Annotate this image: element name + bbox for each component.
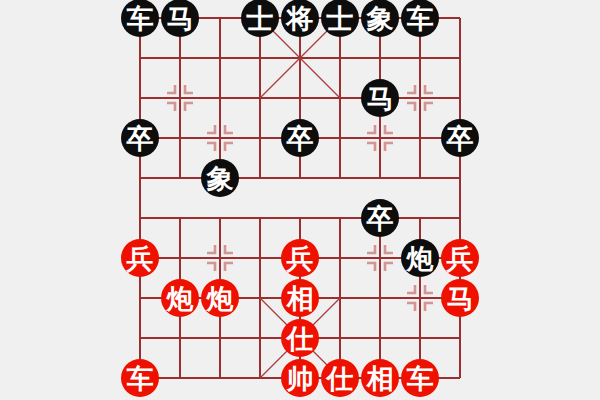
board-point-r2-c5[interactable]: [280, 38, 320, 78]
board-point-r8-c4[interactable]: [240, 278, 280, 318]
piece-black-soldier[interactable]: 卒: [361, 199, 399, 237]
board-point-r4-c9[interactable]: 卒: [440, 118, 480, 158]
board-point-r9-c9[interactable]: [440, 318, 480, 358]
board-point-r4-c3[interactable]: [200, 118, 240, 158]
board-point-r7-c1[interactable]: 兵: [120, 238, 160, 278]
board-point-r4-c6[interactable]: [320, 118, 360, 158]
board-point-r9-c7[interactable]: [360, 318, 400, 358]
board-point-r5-c4[interactable]: [240, 158, 280, 198]
board-point-r1-c3[interactable]: [200, 0, 240, 38]
piece-red-advisor[interactable]: 仕: [281, 319, 319, 357]
piece-red-chariot[interactable]: 车: [401, 359, 439, 397]
piece-black-soldier[interactable]: 卒: [121, 119, 159, 157]
board-point-r9-c4[interactable]: [240, 318, 280, 358]
board-point-r6-c1[interactable]: [120, 198, 160, 238]
board-point-r8-c9[interactable]: 马: [440, 278, 480, 318]
board-point-r1-c5[interactable]: 将: [280, 0, 320, 38]
piece-black-chariot[interactable]: 车: [121, 0, 159, 37]
piece-red-cannon[interactable]: 炮: [161, 279, 199, 317]
board-point-r7-c2[interactable]: [160, 238, 200, 278]
board-point-r6-c5[interactable]: [280, 198, 320, 238]
board-point-r3-c7[interactable]: 马: [360, 78, 400, 118]
board-point-r6-c8[interactable]: [400, 198, 440, 238]
board-point-r10-c5[interactable]: 帅: [280, 358, 320, 398]
board-point-r7-c4[interactable]: [240, 238, 280, 278]
board-point-r3-c3[interactable]: [200, 78, 240, 118]
board-point-r2-c8[interactable]: [400, 38, 440, 78]
board-point-r5-c8[interactable]: [400, 158, 440, 198]
piece-black-cannon[interactable]: 炮: [401, 239, 439, 277]
board-point-r3-c5[interactable]: [280, 78, 320, 118]
board-point-r8-c2[interactable]: 炮: [160, 278, 200, 318]
xiangqi-board: 车马士将士象车马卒卒卒象卒兵兵炮兵炮炮相马仕车帅仕相车: [120, 0, 480, 398]
board-point-r1-c2[interactable]: 马: [160, 0, 200, 38]
board-point-r10-c2[interactable]: [160, 358, 200, 398]
board-point-r7-c7[interactable]: [360, 238, 400, 278]
piece-black-soldier[interactable]: 卒: [441, 119, 479, 157]
board-point-r10-c7[interactable]: 相: [360, 358, 400, 398]
board-point-r5-c9[interactable]: [440, 158, 480, 198]
piece-red-soldier[interactable]: 兵: [121, 239, 159, 277]
board-point-r5-c2[interactable]: [160, 158, 200, 198]
board-point-r2-c1[interactable]: [120, 38, 160, 78]
board-point-r6-c6[interactable]: [320, 198, 360, 238]
board-point-r8-c8[interactable]: [400, 278, 440, 318]
piece-black-horse[interactable]: 马: [161, 0, 199, 37]
board-point-r3-c9[interactable]: [440, 78, 480, 118]
board-point-r3-c2[interactable]: [160, 78, 200, 118]
piece-black-horse[interactable]: 马: [361, 79, 399, 117]
board-point-r7-c6[interactable]: [320, 238, 360, 278]
board-point-r7-c3[interactable]: [200, 238, 240, 278]
piece-black-soldier[interactable]: 卒: [281, 119, 319, 157]
piece-black-chariot[interactable]: 车: [401, 0, 439, 37]
board-point-r10-c6[interactable]: 仕: [320, 358, 360, 398]
board-point-r9-c5[interactable]: 仕: [280, 318, 320, 358]
piece-red-soldier[interactable]: 兵: [281, 239, 319, 277]
board-point-r5-c7[interactable]: [360, 158, 400, 198]
board-point-r9-c1[interactable]: [120, 318, 160, 358]
board-point-r10-c3[interactable]: [200, 358, 240, 398]
board-point-r10-c9[interactable]: [440, 358, 480, 398]
board-point-r1-c9[interactable]: [440, 0, 480, 38]
board-point-r3-c4[interactable]: [240, 78, 280, 118]
board-point-r1-c7[interactable]: 象: [360, 0, 400, 38]
board-point-r5-c5[interactable]: [280, 158, 320, 198]
board-point-r2-c9[interactable]: [440, 38, 480, 78]
board-point-r10-c4[interactable]: [240, 358, 280, 398]
piece-black-elephant[interactable]: 象: [201, 159, 239, 197]
board-point-r9-c3[interactable]: [200, 318, 240, 358]
board-point-r2-c4[interactable]: [240, 38, 280, 78]
board-point-r6-c4[interactable]: [240, 198, 280, 238]
board-point-r1-c1[interactable]: 车: [120, 0, 160, 38]
board-point-r7-c9[interactable]: 兵: [440, 238, 480, 278]
board-point-r4-c2[interactable]: [160, 118, 200, 158]
piece-red-soldier[interactable]: 兵: [441, 239, 479, 277]
piece-red-cannon[interactable]: 炮: [201, 279, 239, 317]
board-point-r2-c6[interactable]: [320, 38, 360, 78]
board-point-r10-c8[interactable]: 车: [400, 358, 440, 398]
board-point-r10-c1[interactable]: 车: [120, 358, 160, 398]
board-point-r8-c1[interactable]: [120, 278, 160, 318]
board-point-r5-c6[interactable]: [320, 158, 360, 198]
board-point-r9-c8[interactable]: [400, 318, 440, 358]
board-point-r8-c6[interactable]: [320, 278, 360, 318]
board-point-r2-c3[interactable]: [200, 38, 240, 78]
board-point-r3-c1[interactable]: [120, 78, 160, 118]
board-point-r7-c5[interactable]: 兵: [280, 238, 320, 278]
board-point-r8-c5[interactable]: 相: [280, 278, 320, 318]
board-point-r9-c6[interactable]: [320, 318, 360, 358]
board-point-r5-c3[interactable]: 象: [200, 158, 240, 198]
board-point-r6-c3[interactable]: [200, 198, 240, 238]
piece-red-elephant[interactable]: 相: [361, 359, 399, 397]
board-point-r1-c6[interactable]: 士: [320, 0, 360, 38]
piece-red-general[interactable]: 帅: [281, 359, 319, 397]
board-point-r4-c5[interactable]: 卒: [280, 118, 320, 158]
piece-red-advisor[interactable]: 仕: [321, 359, 359, 397]
board-point-r6-c2[interactable]: [160, 198, 200, 238]
board-point-r3-c6[interactable]: [320, 78, 360, 118]
piece-black-advisor[interactable]: 士: [241, 0, 279, 37]
board-point-r9-c2[interactable]: [160, 318, 200, 358]
board-point-r4-c8[interactable]: [400, 118, 440, 158]
piece-black-elephant[interactable]: 象: [361, 0, 399, 37]
board-point-r2-c7[interactable]: [360, 38, 400, 78]
piece-red-horse[interactable]: 马: [441, 279, 479, 317]
board-point-r4-c4[interactable]: [240, 118, 280, 158]
board-point-r5-c1[interactable]: [120, 158, 160, 198]
board-point-r6-c9[interactable]: [440, 198, 480, 238]
board-point-r3-c8[interactable]: [400, 78, 440, 118]
piece-black-general[interactable]: 将: [281, 0, 319, 37]
board-point-r8-c3[interactable]: 炮: [200, 278, 240, 318]
board-point-r1-c8[interactable]: 车: [400, 0, 440, 38]
piece-red-elephant[interactable]: 相: [281, 279, 319, 317]
piece-black-advisor[interactable]: 士: [321, 0, 359, 37]
board-point-r4-c7[interactable]: [360, 118, 400, 158]
xiangqi-board-screen: 车马士将士象车马卒卒卒象卒兵兵炮兵炮炮相马仕车帅仕相车: [0, 0, 600, 400]
piece-red-chariot[interactable]: 车: [121, 359, 159, 397]
board-point-r2-c2[interactable]: [160, 38, 200, 78]
board-point-r6-c7[interactable]: 卒: [360, 198, 400, 238]
board-point-r4-c1[interactable]: 卒: [120, 118, 160, 158]
board-point-r1-c4[interactable]: 士: [240, 0, 280, 38]
board-point-r8-c7[interactable]: [360, 278, 400, 318]
board-point-r7-c8[interactable]: 炮: [400, 238, 440, 278]
